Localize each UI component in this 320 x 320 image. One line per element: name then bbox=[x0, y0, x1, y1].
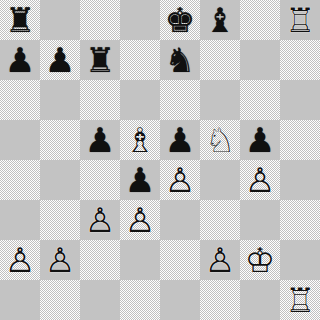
square-d5[interactable]: ♗ bbox=[120, 120, 160, 160]
square-b1[interactable] bbox=[40, 280, 80, 320]
square-g8[interactable] bbox=[240, 0, 280, 40]
square-b6[interactable] bbox=[40, 80, 80, 120]
piece-black-pawn[interactable]: ♟ bbox=[40, 40, 80, 80]
piece-black-pawn[interactable]: ♟ bbox=[240, 120, 280, 160]
square-b3[interactable] bbox=[40, 200, 80, 240]
square-f2[interactable]: ♙ bbox=[200, 240, 240, 280]
square-b8[interactable] bbox=[40, 0, 80, 40]
square-g2[interactable]: ♔ bbox=[240, 240, 280, 280]
square-d4[interactable]: ♟ bbox=[120, 160, 160, 200]
square-d3[interactable]: ♙ bbox=[120, 200, 160, 240]
square-a2[interactable]: ♙ bbox=[0, 240, 40, 280]
square-a4[interactable] bbox=[0, 160, 40, 200]
square-h6[interactable] bbox=[280, 80, 320, 120]
square-a3[interactable] bbox=[0, 200, 40, 240]
piece-white-pawn[interactable]: ♙ bbox=[0, 240, 40, 280]
square-c5[interactable]: ♟ bbox=[80, 120, 120, 160]
square-h4[interactable] bbox=[280, 160, 320, 200]
square-e6[interactable] bbox=[160, 80, 200, 120]
square-f6[interactable] bbox=[200, 80, 240, 120]
square-f8[interactable]: ♝ bbox=[200, 0, 240, 40]
piece-black-pawn[interactable]: ♟ bbox=[160, 120, 200, 160]
square-c8[interactable] bbox=[80, 0, 120, 40]
piece-black-pawn[interactable]: ♟ bbox=[0, 40, 40, 80]
square-h3[interactable] bbox=[280, 200, 320, 240]
square-a8[interactable]: ♜ bbox=[0, 0, 40, 40]
square-b4[interactable] bbox=[40, 160, 80, 200]
square-f4[interactable] bbox=[200, 160, 240, 200]
square-d6[interactable] bbox=[120, 80, 160, 120]
square-e5[interactable]: ♟ bbox=[160, 120, 200, 160]
square-e2[interactable] bbox=[160, 240, 200, 280]
piece-white-king[interactable]: ♔ bbox=[240, 240, 280, 280]
square-f7[interactable] bbox=[200, 40, 240, 80]
square-a7[interactable]: ♟ bbox=[0, 40, 40, 80]
piece-white-knight[interactable]: ♘ bbox=[200, 120, 240, 160]
square-b2[interactable]: ♙ bbox=[40, 240, 80, 280]
piece-white-pawn[interactable]: ♙ bbox=[160, 160, 200, 200]
square-h5[interactable] bbox=[280, 120, 320, 160]
piece-black-rook[interactable]: ♜ bbox=[0, 0, 40, 40]
square-g4[interactable]: ♙ bbox=[240, 160, 280, 200]
square-c6[interactable] bbox=[80, 80, 120, 120]
square-a5[interactable] bbox=[0, 120, 40, 160]
square-e1[interactable] bbox=[160, 280, 200, 320]
square-h2[interactable] bbox=[280, 240, 320, 280]
square-e8[interactable]: ♚ bbox=[160, 0, 200, 40]
square-e3[interactable] bbox=[160, 200, 200, 240]
piece-black-king[interactable]: ♚ bbox=[160, 0, 200, 40]
square-d2[interactable] bbox=[120, 240, 160, 280]
square-h8[interactable]: ♖ bbox=[280, 0, 320, 40]
square-d1[interactable] bbox=[120, 280, 160, 320]
piece-white-pawn[interactable]: ♙ bbox=[80, 200, 120, 240]
square-g3[interactable] bbox=[240, 200, 280, 240]
chess-board: ♜♚♝♖♟♟♜♞♟♗♟♘♟♟♙♙♙♙♙♙♙♔♖ bbox=[0, 0, 320, 320]
square-b5[interactable] bbox=[40, 120, 80, 160]
square-a6[interactable] bbox=[0, 80, 40, 120]
piece-white-bishop[interactable]: ♗ bbox=[120, 120, 160, 160]
square-e7[interactable]: ♞ bbox=[160, 40, 200, 80]
piece-black-bishop[interactable]: ♝ bbox=[200, 0, 240, 40]
square-e4[interactable]: ♙ bbox=[160, 160, 200, 200]
square-h7[interactable] bbox=[280, 40, 320, 80]
square-c7[interactable]: ♜ bbox=[80, 40, 120, 80]
square-g6[interactable] bbox=[240, 80, 280, 120]
square-f1[interactable] bbox=[200, 280, 240, 320]
square-a1[interactable] bbox=[0, 280, 40, 320]
square-d8[interactable] bbox=[120, 0, 160, 40]
piece-white-pawn[interactable]: ♙ bbox=[40, 240, 80, 280]
piece-black-pawn[interactable]: ♟ bbox=[80, 120, 120, 160]
chess-diagram: ♜♚♝♖♟♟♜♞♟♗♟♘♟♟♙♙♙♙♙♙♙♔♖ bbox=[0, 0, 320, 320]
square-g7[interactable] bbox=[240, 40, 280, 80]
square-b7[interactable]: ♟ bbox=[40, 40, 80, 80]
square-d7[interactable] bbox=[120, 40, 160, 80]
piece-white-pawn[interactable]: ♙ bbox=[200, 240, 240, 280]
square-g5[interactable]: ♟ bbox=[240, 120, 280, 160]
piece-white-rook[interactable]: ♖ bbox=[280, 0, 320, 40]
square-c1[interactable] bbox=[80, 280, 120, 320]
square-f3[interactable] bbox=[200, 200, 240, 240]
square-g1[interactable] bbox=[240, 280, 280, 320]
square-c4[interactable] bbox=[80, 160, 120, 200]
square-c2[interactable] bbox=[80, 240, 120, 280]
square-f5[interactable]: ♘ bbox=[200, 120, 240, 160]
piece-black-knight[interactable]: ♞ bbox=[160, 40, 200, 80]
square-h1[interactable]: ♖ bbox=[280, 280, 320, 320]
piece-black-pawn[interactable]: ♟ bbox=[120, 160, 160, 200]
piece-white-rook[interactable]: ♖ bbox=[280, 280, 320, 320]
square-c3[interactable]: ♙ bbox=[80, 200, 120, 240]
piece-black-rook[interactable]: ♜ bbox=[80, 40, 120, 80]
piece-white-pawn[interactable]: ♙ bbox=[120, 200, 160, 240]
piece-white-pawn[interactable]: ♙ bbox=[240, 160, 280, 200]
